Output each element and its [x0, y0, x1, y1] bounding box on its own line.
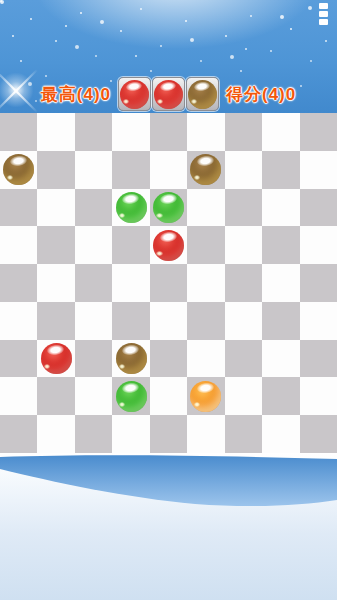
board-cell[interactable]	[37, 113, 74, 151]
board-cell[interactable]	[225, 302, 262, 340]
next-ball-tile	[152, 77, 185, 111]
board-cell[interactable]	[150, 302, 187, 340]
snow-dots-large	[0, 0, 4, 4]
board-cell[interactable]	[0, 189, 37, 227]
board-cell[interactable]	[225, 340, 262, 378]
board-cell[interactable]	[300, 113, 337, 151]
board-cell[interactable]	[300, 377, 337, 415]
board-cell[interactable]	[225, 113, 262, 151]
board-cell[interactable]	[187, 415, 224, 453]
board-cell[interactable]	[37, 226, 74, 264]
board-cell[interactable]	[187, 113, 224, 151]
board-cell[interactable]	[112, 113, 149, 151]
board-cell[interactable]	[150, 340, 187, 378]
ball-brown[interactable]	[190, 154, 221, 185]
game-board	[0, 113, 337, 453]
board-cell[interactable]	[75, 377, 112, 415]
board-cell[interactable]	[300, 189, 337, 227]
menu-square	[319, 3, 328, 9]
board-cell[interactable]	[37, 377, 74, 415]
game-window: 最高(4)0 得分(4)0	[0, 0, 337, 600]
board-cell[interactable]	[225, 415, 262, 453]
score-bar: 最高(4)0 得分(4)0	[0, 76, 337, 112]
board-cell[interactable]	[0, 415, 37, 453]
sky-header: 最高(4)0 得分(4)0	[0, 0, 337, 113]
board-cell[interactable]	[150, 415, 187, 453]
snow-scene-footer	[0, 453, 337, 600]
menu-square	[319, 11, 328, 17]
board-cell[interactable]	[37, 340, 74, 378]
next-ball-red	[154, 80, 183, 109]
ball-red[interactable]	[41, 343, 72, 374]
next-ball-tile	[118, 77, 151, 111]
ball-brown[interactable]	[3, 154, 34, 185]
board-cell[interactable]	[225, 226, 262, 264]
board-cell[interactable]	[300, 151, 337, 189]
board-cell[interactable]	[187, 340, 224, 378]
board-cell[interactable]	[75, 264, 112, 302]
ball-green[interactable]	[116, 192, 147, 223]
board-cell[interactable]	[300, 226, 337, 264]
board-cell[interactable]	[187, 264, 224, 302]
board-cell[interactable]	[225, 189, 262, 227]
current-score-label: 得分(4)0	[226, 83, 296, 106]
board-cell[interactable]	[150, 226, 187, 264]
board-cell[interactable]	[150, 151, 187, 189]
board-cell[interactable]	[37, 264, 74, 302]
board-cell[interactable]	[262, 113, 299, 151]
board-cell[interactable]	[112, 264, 149, 302]
board-cell[interactable]	[0, 302, 37, 340]
board-cell[interactable]	[37, 151, 74, 189]
board-cell[interactable]	[225, 264, 262, 302]
board-cell[interactable]	[150, 113, 187, 151]
ball-green[interactable]	[116, 381, 147, 412]
board-cell[interactable]	[112, 340, 149, 378]
board-cell[interactable]	[75, 113, 112, 151]
next-balls-preview	[118, 77, 219, 111]
board-cell[interactable]	[0, 226, 37, 264]
blue-water-wave	[0, 454, 337, 510]
board-cell[interactable]	[150, 189, 187, 227]
board-cell[interactable]	[187, 302, 224, 340]
board-cell[interactable]	[262, 415, 299, 453]
board-cell[interactable]	[187, 377, 224, 415]
board-cell[interactable]	[37, 189, 74, 227]
board-cell[interactable]	[75, 226, 112, 264]
ball-brown[interactable]	[116, 343, 147, 374]
board-cell[interactable]	[300, 264, 337, 302]
board-cell[interactable]	[112, 415, 149, 453]
ball-red[interactable]	[153, 230, 184, 261]
board-cell[interactable]	[225, 151, 262, 189]
board-cell[interactable]	[262, 264, 299, 302]
board-cell[interactable]	[225, 377, 262, 415]
board-cell[interactable]	[262, 151, 299, 189]
board-cell[interactable]	[150, 264, 187, 302]
board-cell[interactable]	[112, 226, 149, 264]
board-cell[interactable]	[0, 264, 37, 302]
board-cell[interactable]	[262, 189, 299, 227]
menu-square	[319, 19, 328, 25]
board-cell[interactable]	[75, 415, 112, 453]
board-cell[interactable]	[112, 377, 149, 415]
board-cell[interactable]	[0, 113, 37, 151]
board-cell[interactable]	[0, 377, 37, 415]
next-ball-tile	[186, 77, 219, 111]
ball-green[interactable]	[153, 192, 184, 223]
board-cell[interactable]	[150, 377, 187, 415]
board-cell[interactable]	[75, 189, 112, 227]
board-cell[interactable]	[262, 302, 299, 340]
board-cell[interactable]	[112, 189, 149, 227]
board-cell[interactable]	[112, 151, 149, 189]
board-cell[interactable]	[0, 151, 37, 189]
board-cell[interactable]	[0, 340, 37, 378]
board-cell[interactable]	[300, 415, 337, 453]
menu-icon[interactable]	[319, 3, 329, 25]
next-ball-red	[120, 80, 149, 109]
board-cell[interactable]	[262, 226, 299, 264]
ball-orange[interactable]	[190, 381, 221, 412]
board-cell[interactable]	[187, 189, 224, 227]
board-cell[interactable]	[75, 302, 112, 340]
board-cell[interactable]	[262, 340, 299, 378]
board-cell[interactable]	[112, 302, 149, 340]
board-cell[interactable]	[187, 151, 224, 189]
next-ball-brown	[188, 80, 217, 109]
board-cell[interactable]	[187, 226, 224, 264]
board-cell[interactable]	[75, 340, 112, 378]
board-cell[interactable]	[300, 340, 337, 378]
board-cell[interactable]	[75, 151, 112, 189]
best-score-label: 最高(4)0	[41, 83, 111, 106]
board-cell[interactable]	[300, 302, 337, 340]
board-cell[interactable]	[37, 302, 74, 340]
board-cell[interactable]	[262, 377, 299, 415]
board-cell[interactable]	[37, 415, 74, 453]
